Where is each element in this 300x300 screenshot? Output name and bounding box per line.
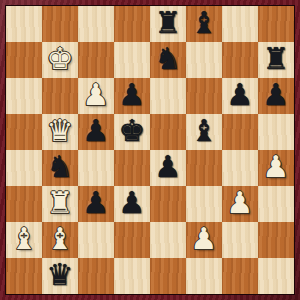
square-h5[interactable] xyxy=(258,114,294,150)
chess-board-frame: ♜♝♚♞♜♟♟♟♟♛♟♚♝♞♟♟♜♟♟♟♝♝♟♛ xyxy=(0,0,300,300)
square-a3[interactable] xyxy=(6,186,42,222)
square-b6[interactable] xyxy=(42,78,78,114)
white-rook[interactable]: ♜ xyxy=(47,185,74,221)
black-king[interactable]: ♚ xyxy=(119,113,146,149)
square-f8[interactable]: ♝ xyxy=(186,6,222,42)
black-bishop[interactable]: ♝ xyxy=(191,5,218,41)
square-d8[interactable] xyxy=(114,6,150,42)
black-pawn[interactable]: ♟ xyxy=(227,77,254,113)
square-f2[interactable]: ♟ xyxy=(186,222,222,258)
square-d1[interactable] xyxy=(114,258,150,294)
white-pawn[interactable]: ♟ xyxy=(263,149,290,185)
square-e1[interactable] xyxy=(150,258,186,294)
square-g4[interactable] xyxy=(222,150,258,186)
square-e2[interactable] xyxy=(150,222,186,258)
square-f5[interactable]: ♝ xyxy=(186,114,222,150)
black-bishop[interactable]: ♝ xyxy=(191,113,218,149)
square-b1[interactable]: ♛ xyxy=(42,258,78,294)
square-a4[interactable] xyxy=(6,150,42,186)
square-e5[interactable] xyxy=(150,114,186,150)
black-pawn[interactable]: ♟ xyxy=(263,77,290,113)
square-b3[interactable]: ♜ xyxy=(42,186,78,222)
black-pawn[interactable]: ♟ xyxy=(119,77,146,113)
square-g3[interactable]: ♟ xyxy=(222,186,258,222)
square-g6[interactable]: ♟ xyxy=(222,78,258,114)
square-g5[interactable] xyxy=(222,114,258,150)
black-knight[interactable]: ♞ xyxy=(47,149,74,185)
square-h3[interactable] xyxy=(258,186,294,222)
square-f6[interactable] xyxy=(186,78,222,114)
black-rook[interactable]: ♜ xyxy=(155,5,182,41)
chess-board: ♜♝♚♞♜♟♟♟♟♛♟♚♝♞♟♟♜♟♟♟♝♝♟♛ xyxy=(6,6,294,294)
square-e7[interactable]: ♞ xyxy=(150,42,186,78)
square-a6[interactable] xyxy=(6,78,42,114)
square-e6[interactable] xyxy=(150,78,186,114)
square-c1[interactable] xyxy=(78,258,114,294)
square-c2[interactable] xyxy=(78,222,114,258)
square-f4[interactable] xyxy=(186,150,222,186)
black-pawn[interactable]: ♟ xyxy=(83,113,110,149)
black-pawn[interactable]: ♟ xyxy=(155,149,182,185)
square-e8[interactable]: ♜ xyxy=(150,6,186,42)
square-c3[interactable]: ♟ xyxy=(78,186,114,222)
square-a7[interactable] xyxy=(6,42,42,78)
square-d7[interactable] xyxy=(114,42,150,78)
white-king[interactable]: ♚ xyxy=(47,41,74,77)
square-a1[interactable] xyxy=(6,258,42,294)
square-d2[interactable] xyxy=(114,222,150,258)
square-h8[interactable] xyxy=(258,6,294,42)
square-h2[interactable] xyxy=(258,222,294,258)
square-b2[interactable]: ♝ xyxy=(42,222,78,258)
white-queen[interactable]: ♛ xyxy=(47,113,74,149)
square-e3[interactable] xyxy=(150,186,186,222)
square-b7[interactable]: ♚ xyxy=(42,42,78,78)
square-g8[interactable] xyxy=(222,6,258,42)
square-h1[interactable] xyxy=(258,258,294,294)
white-pawn[interactable]: ♟ xyxy=(191,221,218,257)
square-h6[interactable]: ♟ xyxy=(258,78,294,114)
white-bishop[interactable]: ♝ xyxy=(47,221,74,257)
black-rook[interactable]: ♜ xyxy=(263,41,290,77)
square-a8[interactable] xyxy=(6,6,42,42)
square-e4[interactable]: ♟ xyxy=(150,150,186,186)
square-b4[interactable]: ♞ xyxy=(42,150,78,186)
square-d5[interactable]: ♚ xyxy=(114,114,150,150)
black-knight[interactable]: ♞ xyxy=(155,41,182,77)
square-f7[interactable] xyxy=(186,42,222,78)
square-g1[interactable] xyxy=(222,258,258,294)
square-b8[interactable] xyxy=(42,6,78,42)
square-a2[interactable]: ♝ xyxy=(6,222,42,258)
square-d4[interactable] xyxy=(114,150,150,186)
square-c5[interactable]: ♟ xyxy=(78,114,114,150)
square-f3[interactable] xyxy=(186,186,222,222)
black-queen[interactable]: ♛ xyxy=(47,257,74,293)
square-d3[interactable]: ♟ xyxy=(114,186,150,222)
square-c6[interactable]: ♟ xyxy=(78,78,114,114)
square-f1[interactable] xyxy=(186,258,222,294)
white-bishop[interactable]: ♝ xyxy=(11,221,38,257)
square-a5[interactable] xyxy=(6,114,42,150)
white-pawn[interactable]: ♟ xyxy=(227,185,254,221)
black-pawn[interactable]: ♟ xyxy=(83,185,110,221)
square-g2[interactable] xyxy=(222,222,258,258)
square-c8[interactable] xyxy=(78,6,114,42)
white-pawn[interactable]: ♟ xyxy=(83,77,110,113)
square-c7[interactable] xyxy=(78,42,114,78)
square-c4[interactable] xyxy=(78,150,114,186)
square-h4[interactable]: ♟ xyxy=(258,150,294,186)
black-pawn[interactable]: ♟ xyxy=(119,185,146,221)
square-d6[interactable]: ♟ xyxy=(114,78,150,114)
square-g7[interactable] xyxy=(222,42,258,78)
square-h7[interactable]: ♜ xyxy=(258,42,294,78)
square-b5[interactable]: ♛ xyxy=(42,114,78,150)
